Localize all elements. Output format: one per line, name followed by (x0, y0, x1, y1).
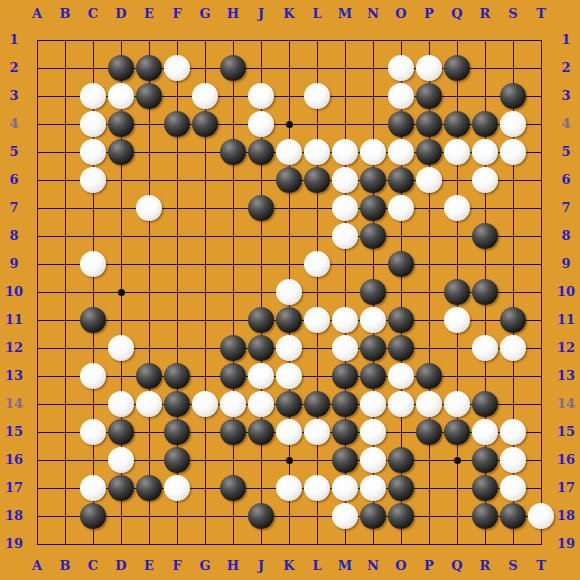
row-label-left-19: 19 (3, 537, 25, 551)
white-stone-m7 (332, 195, 358, 221)
white-stone-k13 (276, 363, 302, 389)
black-stone-h17 (220, 475, 246, 501)
row-label-left-13: 13 (3, 369, 25, 383)
col-label-top-k: K (278, 7, 300, 21)
col-label-bottom-r: R (474, 559, 496, 573)
white-stone-f17 (164, 475, 190, 501)
white-stone-g3 (192, 83, 218, 109)
black-stone-j18 (248, 503, 274, 529)
col-label-top-p: P (418, 7, 440, 21)
black-stone-o6 (388, 167, 414, 193)
black-stone-k11 (276, 307, 302, 333)
go-board: AABBCCDDEEFFGGHHJJKKLLMMNNOOPPQQRRSSTT11… (0, 0, 580, 580)
white-stone-d14 (108, 391, 134, 417)
row-label-left-10: 10 (3, 285, 25, 299)
white-stone-c4 (80, 111, 106, 137)
black-stone-q4 (444, 111, 470, 137)
white-stone-s5 (500, 139, 526, 165)
col-label-bottom-c: C (82, 559, 104, 573)
white-stone-l15 (304, 419, 330, 445)
row-label-right-15: 15 (555, 425, 577, 439)
black-stone-h5 (220, 139, 246, 165)
black-stone-d4 (108, 111, 134, 137)
black-stone-m13 (332, 363, 358, 389)
col-label-bottom-p: P (418, 559, 440, 573)
black-stone-j15 (248, 419, 274, 445)
black-stone-r4 (472, 111, 498, 137)
white-stone-o13 (388, 363, 414, 389)
black-stone-j7 (248, 195, 274, 221)
col-label-top-t: T (530, 7, 552, 21)
black-stone-o18 (388, 503, 414, 529)
col-label-bottom-k: K (278, 559, 300, 573)
col-label-top-g: G (194, 7, 216, 21)
col-label-top-b: B (54, 7, 76, 21)
col-label-bottom-q: Q (446, 559, 468, 573)
white-stone-s16 (500, 447, 526, 473)
row-label-left-18: 18 (3, 509, 25, 523)
white-stone-e7 (136, 195, 162, 221)
col-label-top-s: S (502, 7, 524, 21)
row-label-right-8: 8 (555, 229, 577, 243)
row-label-right-12: 12 (555, 341, 577, 355)
col-label-top-q: Q (446, 7, 468, 21)
white-stone-j14 (248, 391, 274, 417)
white-stone-j13 (248, 363, 274, 389)
row-label-left-15: 15 (3, 425, 25, 439)
white-stone-l9 (304, 251, 330, 277)
white-stone-l11 (304, 307, 330, 333)
row-label-right-17: 17 (555, 481, 577, 495)
row-label-right-6: 6 (555, 173, 577, 187)
col-label-bottom-d: D (110, 559, 132, 573)
black-stone-e2 (136, 55, 162, 81)
white-stone-s12 (500, 335, 526, 361)
black-stone-q15 (444, 419, 470, 445)
hoshi-k4 (286, 121, 293, 128)
white-stone-o3 (388, 83, 414, 109)
white-stone-m11 (332, 307, 358, 333)
col-label-bottom-j: J (250, 559, 272, 573)
black-stone-n7 (360, 195, 386, 221)
white-stone-o5 (388, 139, 414, 165)
white-stone-m18 (332, 503, 358, 529)
white-stone-t18 (528, 503, 554, 529)
row-label-left-9: 9 (3, 257, 25, 271)
black-stone-n8 (360, 223, 386, 249)
white-stone-p2 (416, 55, 442, 81)
col-label-top-j: J (250, 7, 272, 21)
white-stone-q5 (444, 139, 470, 165)
col-label-top-r: R (474, 7, 496, 21)
col-label-top-a: A (26, 7, 48, 21)
white-stone-d3 (108, 83, 134, 109)
black-stone-l14 (304, 391, 330, 417)
black-stone-l6 (304, 167, 330, 193)
row-label-left-2: 2 (3, 61, 25, 75)
row-label-left-11: 11 (3, 313, 25, 327)
col-label-bottom-m: M (334, 559, 356, 573)
row-label-right-9: 9 (555, 257, 577, 271)
col-label-top-d: D (110, 7, 132, 21)
black-stone-c18 (80, 503, 106, 529)
white-stone-n5 (360, 139, 386, 165)
white-stone-g14 (192, 391, 218, 417)
white-stone-m8 (332, 223, 358, 249)
col-label-top-f: F (166, 7, 188, 21)
hoshi-q16 (454, 457, 461, 464)
white-stone-r6 (472, 167, 498, 193)
black-stone-g4 (192, 111, 218, 137)
white-stone-m5 (332, 139, 358, 165)
row-label-right-1: 1 (555, 33, 577, 47)
black-stone-n6 (360, 167, 386, 193)
hoshi-k16 (286, 457, 293, 464)
col-label-top-m: M (334, 7, 356, 21)
col-label-top-o: O (390, 7, 412, 21)
white-stone-s4 (500, 111, 526, 137)
black-stone-f15 (164, 419, 190, 445)
col-label-bottom-b: B (54, 559, 76, 573)
row-label-left-6: 6 (3, 173, 25, 187)
white-stone-q7 (444, 195, 470, 221)
col-label-bottom-t: T (530, 559, 552, 573)
white-stone-c17 (80, 475, 106, 501)
white-stone-r15 (472, 419, 498, 445)
white-stone-n14 (360, 391, 386, 417)
white-stone-q11 (444, 307, 470, 333)
black-stone-r14 (472, 391, 498, 417)
black-stone-j12 (248, 335, 274, 361)
black-stone-n10 (360, 279, 386, 305)
black-stone-e17 (136, 475, 162, 501)
black-stone-s11 (500, 307, 526, 333)
hoshi-d10 (118, 289, 125, 296)
black-stone-c11 (80, 307, 106, 333)
white-stone-c5 (80, 139, 106, 165)
white-stone-p6 (416, 167, 442, 193)
col-label-top-n: N (362, 7, 384, 21)
black-stone-e3 (136, 83, 162, 109)
black-stone-h13 (220, 363, 246, 389)
black-stone-h15 (220, 419, 246, 445)
black-stone-h2 (220, 55, 246, 81)
white-stone-n16 (360, 447, 386, 473)
white-stone-l3 (304, 83, 330, 109)
white-stone-m17 (332, 475, 358, 501)
black-stone-p13 (416, 363, 442, 389)
row-label-right-7: 7 (555, 201, 577, 215)
black-stone-d17 (108, 475, 134, 501)
black-stone-j5 (248, 139, 274, 165)
white-stone-f2 (164, 55, 190, 81)
black-stone-n13 (360, 363, 386, 389)
black-stone-q10 (444, 279, 470, 305)
white-stone-d16 (108, 447, 134, 473)
black-stone-o17 (388, 475, 414, 501)
black-stone-o16 (388, 447, 414, 473)
col-label-bottom-l: L (306, 559, 328, 573)
black-stone-f4 (164, 111, 190, 137)
white-stone-s17 (500, 475, 526, 501)
white-stone-c9 (80, 251, 106, 277)
col-label-top-l: L (306, 7, 328, 21)
black-stone-o11 (388, 307, 414, 333)
black-stone-d5 (108, 139, 134, 165)
white-stone-m6 (332, 167, 358, 193)
row-label-left-4: 4 (3, 117, 25, 131)
white-stone-k12 (276, 335, 302, 361)
row-label-right-19: 19 (555, 537, 577, 551)
black-stone-n18 (360, 503, 386, 529)
white-stone-d12 (108, 335, 134, 361)
black-stone-d15 (108, 419, 134, 445)
row-label-left-12: 12 (3, 341, 25, 355)
black-stone-m14 (332, 391, 358, 417)
black-stone-r16 (472, 447, 498, 473)
black-stone-s18 (500, 503, 526, 529)
white-stone-h14 (220, 391, 246, 417)
white-stone-o2 (388, 55, 414, 81)
black-stone-d2 (108, 55, 134, 81)
black-stone-r17 (472, 475, 498, 501)
white-stone-s15 (500, 419, 526, 445)
row-label-right-10: 10 (555, 285, 577, 299)
black-stone-f14 (164, 391, 190, 417)
black-stone-k14 (276, 391, 302, 417)
row-label-right-11: 11 (555, 313, 577, 327)
black-stone-r10 (472, 279, 498, 305)
col-label-bottom-f: F (166, 559, 188, 573)
row-label-right-5: 5 (555, 145, 577, 159)
row-label-right-2: 2 (555, 61, 577, 75)
col-label-bottom-o: O (390, 559, 412, 573)
black-stone-h12 (220, 335, 246, 361)
white-stone-l5 (304, 139, 330, 165)
black-stone-s3 (500, 83, 526, 109)
row-label-left-8: 8 (3, 229, 25, 243)
row-label-left-1: 1 (3, 33, 25, 47)
row-label-right-18: 18 (555, 509, 577, 523)
white-stone-j4 (248, 111, 274, 137)
white-stone-p14 (416, 391, 442, 417)
row-label-right-13: 13 (555, 369, 577, 383)
white-stone-k17 (276, 475, 302, 501)
white-stone-m12 (332, 335, 358, 361)
black-stone-o12 (388, 335, 414, 361)
black-stone-o9 (388, 251, 414, 277)
black-stone-j11 (248, 307, 274, 333)
white-stone-j3 (248, 83, 274, 109)
col-label-bottom-a: A (26, 559, 48, 573)
col-label-bottom-n: N (362, 559, 384, 573)
black-stone-f16 (164, 447, 190, 473)
white-stone-r12 (472, 335, 498, 361)
black-stone-k6 (276, 167, 302, 193)
row-label-left-5: 5 (3, 145, 25, 159)
white-stone-q14 (444, 391, 470, 417)
row-label-right-4: 4 (555, 117, 577, 131)
black-stone-r18 (472, 503, 498, 529)
white-stone-o14 (388, 391, 414, 417)
row-label-left-14: 14 (3, 397, 25, 411)
white-stone-k15 (276, 419, 302, 445)
row-label-left-17: 17 (3, 481, 25, 495)
black-stone-p15 (416, 419, 442, 445)
black-stone-p5 (416, 139, 442, 165)
white-stone-o7 (388, 195, 414, 221)
col-label-bottom-h: H (222, 559, 244, 573)
black-stone-o4 (388, 111, 414, 137)
col-label-bottom-e: E (138, 559, 160, 573)
black-stone-m16 (332, 447, 358, 473)
col-label-top-e: E (138, 7, 160, 21)
black-stone-p3 (416, 83, 442, 109)
black-stone-q2 (444, 55, 470, 81)
col-label-bottom-g: G (194, 559, 216, 573)
white-stone-l17 (304, 475, 330, 501)
col-label-top-h: H (222, 7, 244, 21)
row-label-left-7: 7 (3, 201, 25, 215)
black-stone-p4 (416, 111, 442, 137)
row-label-right-3: 3 (555, 89, 577, 103)
row-label-left-3: 3 (3, 89, 25, 103)
white-stone-c15 (80, 419, 106, 445)
white-stone-r5 (472, 139, 498, 165)
black-stone-r8 (472, 223, 498, 249)
row-label-left-16: 16 (3, 453, 25, 467)
col-label-bottom-s: S (502, 559, 524, 573)
black-stone-m15 (332, 419, 358, 445)
white-stone-n11 (360, 307, 386, 333)
white-stone-n15 (360, 419, 386, 445)
col-label-top-c: C (82, 7, 104, 21)
black-stone-n12 (360, 335, 386, 361)
white-stone-c6 (80, 167, 106, 193)
black-stone-e13 (136, 363, 162, 389)
white-stone-c3 (80, 83, 106, 109)
white-stone-k10 (276, 279, 302, 305)
white-stone-c13 (80, 363, 106, 389)
row-label-right-14: 14 (555, 397, 577, 411)
white-stone-k5 (276, 139, 302, 165)
black-stone-f13 (164, 363, 190, 389)
white-stone-n17 (360, 475, 386, 501)
row-label-right-16: 16 (555, 453, 577, 467)
white-stone-e14 (136, 391, 162, 417)
